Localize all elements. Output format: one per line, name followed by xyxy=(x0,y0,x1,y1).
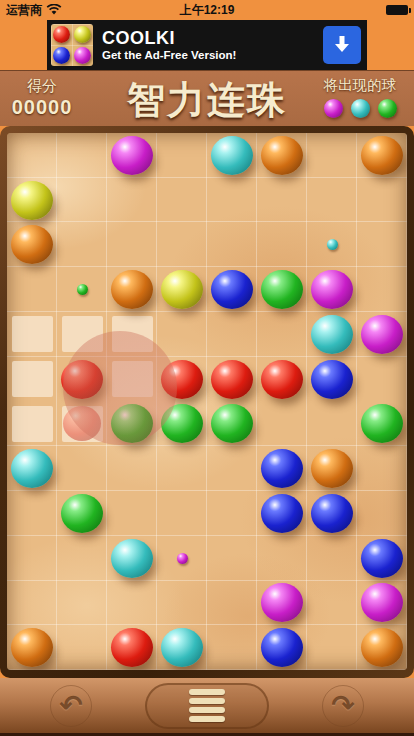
ball-magenta[interactable] xyxy=(111,136,153,175)
board-frame xyxy=(0,126,414,678)
ad-app-icon xyxy=(51,24,93,66)
next-ball-green xyxy=(378,99,397,118)
ad-icon-ball-blue xyxy=(53,47,70,64)
ball-blue[interactable] xyxy=(261,628,303,667)
path-highlight-square xyxy=(12,316,53,352)
ball-blue[interactable] xyxy=(211,270,253,309)
game-header: 得分 00000 智力连珠 将出现的球 xyxy=(0,70,414,126)
redo-button[interactable]: ↷ xyxy=(322,685,364,727)
ball-red[interactable] xyxy=(111,628,153,667)
ball-magenta[interactable] xyxy=(261,583,303,622)
ball-green[interactable] xyxy=(261,270,303,309)
ball-cyan[interactable] xyxy=(161,628,203,667)
wifi-icon xyxy=(46,4,62,16)
ball-orange[interactable] xyxy=(361,628,403,667)
ad-area: COOLKI Get the Ad-Free Version! xyxy=(0,20,414,70)
ad-banner[interactable]: COOLKI Get the Ad-Free Version! xyxy=(47,20,367,70)
ball-magenta[interactable] xyxy=(361,583,403,622)
next-ball-magenta xyxy=(324,99,343,118)
ball-magenta[interactable] xyxy=(361,315,403,354)
undo-button[interactable]: ↶ xyxy=(50,685,92,727)
ad-title: COOLKI xyxy=(102,28,323,49)
touch-indicator xyxy=(63,331,177,445)
ad-icon-ball-yellow xyxy=(74,26,91,43)
ball-orange[interactable] xyxy=(361,136,403,175)
ball-blue[interactable] xyxy=(311,494,353,533)
ad-icon-ball-red xyxy=(53,26,70,43)
ball-magenta[interactable] xyxy=(311,270,353,309)
ball-cyan[interactable] xyxy=(211,136,253,175)
ball-blue[interactable] xyxy=(261,449,303,488)
next-ball-cyan xyxy=(351,99,370,118)
ball-cyan[interactable] xyxy=(11,449,53,488)
ad-text-block: COOLKI Get the Ad-Free Version! xyxy=(93,28,323,62)
redo-icon: ↷ xyxy=(331,689,354,722)
ball-orange[interactable] xyxy=(111,270,153,309)
incoming-dot-magenta xyxy=(177,553,188,564)
carrier-label: 运营商 xyxy=(6,2,42,19)
ball-green[interactable] xyxy=(211,404,253,443)
board-grid[interactable] xyxy=(7,133,407,670)
incoming-dot-green xyxy=(77,284,88,295)
incoming-dot-cyan xyxy=(327,239,338,250)
ball-cyan[interactable] xyxy=(111,539,153,578)
ball-yellow[interactable] xyxy=(11,181,53,220)
path-highlight-square xyxy=(12,361,53,397)
path-highlight-square xyxy=(12,406,53,442)
status-bar: 运营商 上午12:19 xyxy=(0,0,414,20)
ad-icon-ball-magenta xyxy=(74,47,91,64)
bottom-toolbar: ↶ ↷ xyxy=(0,678,414,736)
ball-green[interactable] xyxy=(61,494,103,533)
ad-download-button[interactable] xyxy=(323,26,361,64)
next-balls-label: 将出现的球 xyxy=(310,76,410,95)
ball-red[interactable] xyxy=(261,360,303,399)
ball-blue[interactable] xyxy=(311,360,353,399)
menu-button[interactable] xyxy=(145,683,269,729)
ball-orange[interactable] xyxy=(261,136,303,175)
ball-red[interactable] xyxy=(211,360,253,399)
next-balls xyxy=(310,99,410,118)
ball-cyan[interactable] xyxy=(311,315,353,354)
next-balls-block: 将出现的球 xyxy=(310,76,410,118)
clock: 上午12:19 xyxy=(136,2,278,19)
ball-yellow[interactable] xyxy=(161,270,203,309)
ball-green[interactable] xyxy=(361,404,403,443)
undo-icon: ↶ xyxy=(59,689,82,722)
ball-blue[interactable] xyxy=(361,539,403,578)
ball-orange[interactable] xyxy=(311,449,353,488)
ball-blue[interactable] xyxy=(261,494,303,533)
download-arrow-icon xyxy=(333,35,351,55)
ball-orange[interactable] xyxy=(11,628,53,667)
menu-icon xyxy=(189,689,225,696)
battery-icon xyxy=(386,5,408,15)
ad-subtitle: Get the Ad-Free Version! xyxy=(102,49,323,62)
ball-orange[interactable] xyxy=(11,225,53,264)
